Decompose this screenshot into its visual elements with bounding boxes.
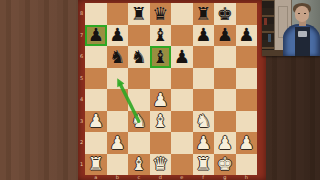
piece-black-rook-f8[interactable]: ♜ bbox=[193, 3, 215, 25]
square-h8[interactable] bbox=[236, 3, 258, 25]
book-spine bbox=[268, 34, 271, 42]
square-b4[interactable] bbox=[107, 89, 129, 111]
piece-black-knight-c6[interactable]: ♞ bbox=[128, 46, 150, 68]
square-e3[interactable] bbox=[171, 111, 193, 133]
square-g7[interactable]: ♟ bbox=[214, 25, 236, 47]
square-g8[interactable]: ♚ bbox=[214, 3, 236, 25]
piece-black-pawn-g7[interactable]: ♟ bbox=[214, 25, 236, 47]
square-e7[interactable] bbox=[171, 25, 193, 47]
square-e5[interactable] bbox=[171, 68, 193, 90]
square-h7[interactable]: ♟ bbox=[236, 25, 258, 47]
piece-white-pawn-h2[interactable]: ♟ bbox=[236, 132, 258, 154]
square-a1[interactable]: ♜ bbox=[85, 154, 107, 176]
chess-board-frame: 87654321 abcdefgh ♜♛♜♚♟♟♝♟♟♟♞♞♝♟♟♟♞♝♞♟♟♟… bbox=[78, 0, 266, 180]
presenter-face bbox=[295, 6, 309, 22]
rank-coordinates: 87654321 bbox=[78, 3, 85, 175]
square-a4[interactable] bbox=[85, 89, 107, 111]
piece-white-pawn-a3[interactable]: ♟ bbox=[85, 111, 107, 133]
square-c2[interactable] bbox=[128, 132, 150, 154]
square-h3[interactable] bbox=[236, 111, 258, 133]
square-d1[interactable]: ♛ bbox=[150, 154, 172, 176]
piece-white-knight-c3[interactable]: ♞ bbox=[128, 111, 150, 133]
square-a8[interactable] bbox=[85, 3, 107, 25]
video-frame: 87654321 abcdefgh ♜♛♜♚♟♟♝♟♟♟♞♞♝♟♟♟♞♝♞♟♟♟… bbox=[0, 0, 320, 180]
rank-label: 8 bbox=[78, 3, 85, 25]
square-f2[interactable]: ♟ bbox=[193, 132, 215, 154]
rank-label: 3 bbox=[78, 111, 85, 133]
piece-white-pawn-b2[interactable]: ♟ bbox=[107, 132, 129, 154]
square-d7[interactable]: ♝ bbox=[150, 25, 172, 47]
square-b5[interactable] bbox=[107, 68, 129, 90]
piece-black-pawn-h7[interactable]: ♟ bbox=[236, 25, 258, 47]
square-a5[interactable] bbox=[85, 68, 107, 90]
square-a7[interactable]: ♟ bbox=[85, 25, 107, 47]
piece-black-king-g8[interactable]: ♚ bbox=[214, 3, 236, 25]
piece-black-bishop-d6[interactable]: ♝ bbox=[150, 46, 172, 68]
piece-white-rook-a1[interactable]: ♜ bbox=[85, 154, 107, 176]
square-d4[interactable]: ♟ bbox=[150, 89, 172, 111]
piece-black-bishop-d7[interactable]: ♝ bbox=[150, 25, 172, 47]
square-d6[interactable]: ♝ bbox=[150, 46, 172, 68]
square-h4[interactable] bbox=[236, 89, 258, 111]
square-g1[interactable]: ♚ bbox=[214, 154, 236, 176]
square-b1[interactable] bbox=[107, 154, 129, 176]
chess-board[interactable]: ♜♛♜♚♟♟♝♟♟♟♞♞♝♟♟♟♞♝♞♟♟♟♟♜♝♛♜♚ bbox=[85, 3, 257, 175]
square-f3[interactable]: ♞ bbox=[193, 111, 215, 133]
rank-label: 1 bbox=[78, 154, 85, 176]
book-spine bbox=[264, 18, 267, 25]
square-e6[interactable]: ♟ bbox=[171, 46, 193, 68]
square-c4[interactable] bbox=[128, 89, 150, 111]
square-c3[interactable]: ♞ bbox=[128, 111, 150, 133]
piece-black-pawn-e6[interactable]: ♟ bbox=[171, 46, 193, 68]
square-g2[interactable]: ♟ bbox=[214, 132, 236, 154]
square-b3[interactable] bbox=[107, 111, 129, 133]
piece-white-pawn-g2[interactable]: ♟ bbox=[214, 132, 236, 154]
square-d5[interactable] bbox=[150, 68, 172, 90]
square-b6[interactable]: ♞ bbox=[107, 46, 129, 68]
square-f6[interactable] bbox=[193, 46, 215, 68]
square-g5[interactable] bbox=[214, 68, 236, 90]
piece-white-knight-f3[interactable]: ♞ bbox=[193, 111, 215, 133]
square-b7[interactable]: ♟ bbox=[107, 25, 129, 47]
square-f1[interactable]: ♜ bbox=[193, 154, 215, 176]
piece-white-queen-d1[interactable]: ♛ bbox=[150, 154, 172, 176]
square-b8[interactable] bbox=[107, 3, 129, 25]
square-g4[interactable] bbox=[214, 89, 236, 111]
rank-label: 6 bbox=[78, 46, 85, 68]
square-g6[interactable] bbox=[214, 46, 236, 68]
square-a3[interactable]: ♟ bbox=[85, 111, 107, 133]
square-d3[interactable]: ♝ bbox=[150, 111, 172, 133]
piece-black-knight-b6[interactable]: ♞ bbox=[107, 46, 129, 68]
bookshelf bbox=[262, 0, 274, 56]
square-f5[interactable] bbox=[193, 68, 215, 90]
piece-black-rook-c8[interactable]: ♜ bbox=[128, 3, 150, 25]
square-h2[interactable]: ♟ bbox=[236, 132, 258, 154]
square-f7[interactable]: ♟ bbox=[193, 25, 215, 47]
square-f8[interactable]: ♜ bbox=[193, 3, 215, 25]
piece-black-pawn-b7[interactable]: ♟ bbox=[107, 25, 129, 47]
square-e1[interactable] bbox=[171, 154, 193, 176]
webcam-overlay bbox=[262, 0, 320, 56]
piece-black-pawn-a7[interactable]: ♟ bbox=[85, 25, 107, 47]
square-h6[interactable] bbox=[236, 46, 258, 68]
square-d2[interactable] bbox=[150, 132, 172, 154]
square-f4[interactable] bbox=[193, 89, 215, 111]
square-c7[interactable] bbox=[128, 25, 150, 47]
piece-white-king-g1[interactable]: ♚ bbox=[214, 154, 236, 176]
square-a6[interactable] bbox=[85, 46, 107, 68]
piece-black-pawn-f7[interactable]: ♟ bbox=[193, 25, 215, 47]
square-e8[interactable] bbox=[171, 3, 193, 25]
square-c8[interactable]: ♜ bbox=[128, 3, 150, 25]
square-g3[interactable] bbox=[214, 111, 236, 133]
piece-white-pawn-d4[interactable]: ♟ bbox=[150, 89, 172, 111]
presenter-eye bbox=[304, 13, 306, 14]
square-h1[interactable] bbox=[236, 154, 258, 176]
presenter-eye bbox=[298, 13, 300, 14]
square-e4[interactable] bbox=[171, 89, 193, 111]
rank-label: 4 bbox=[78, 89, 85, 111]
square-c5[interactable] bbox=[128, 68, 150, 90]
piece-white-bishop-c1[interactable]: ♝ bbox=[128, 154, 150, 176]
square-c1[interactable]: ♝ bbox=[128, 154, 150, 176]
piece-black-queen-d8[interactable]: ♛ bbox=[150, 3, 172, 25]
square-c6[interactable]: ♞ bbox=[128, 46, 150, 68]
piece-white-bishop-d3[interactable]: ♝ bbox=[150, 111, 172, 133]
presenter-tshirt bbox=[295, 27, 310, 56]
square-h5[interactable] bbox=[236, 68, 258, 90]
piece-white-rook-f1[interactable]: ♜ bbox=[193, 154, 215, 176]
square-d8[interactable]: ♛ bbox=[150, 3, 172, 25]
square-b2[interactable]: ♟ bbox=[107, 132, 129, 154]
square-e2[interactable] bbox=[171, 132, 193, 154]
piece-white-pawn-f2[interactable]: ♟ bbox=[193, 132, 215, 154]
square-a2[interactable] bbox=[85, 132, 107, 154]
rank-label: 7 bbox=[78, 25, 85, 47]
rank-label: 5 bbox=[78, 68, 85, 90]
rank-label: 2 bbox=[78, 132, 85, 154]
